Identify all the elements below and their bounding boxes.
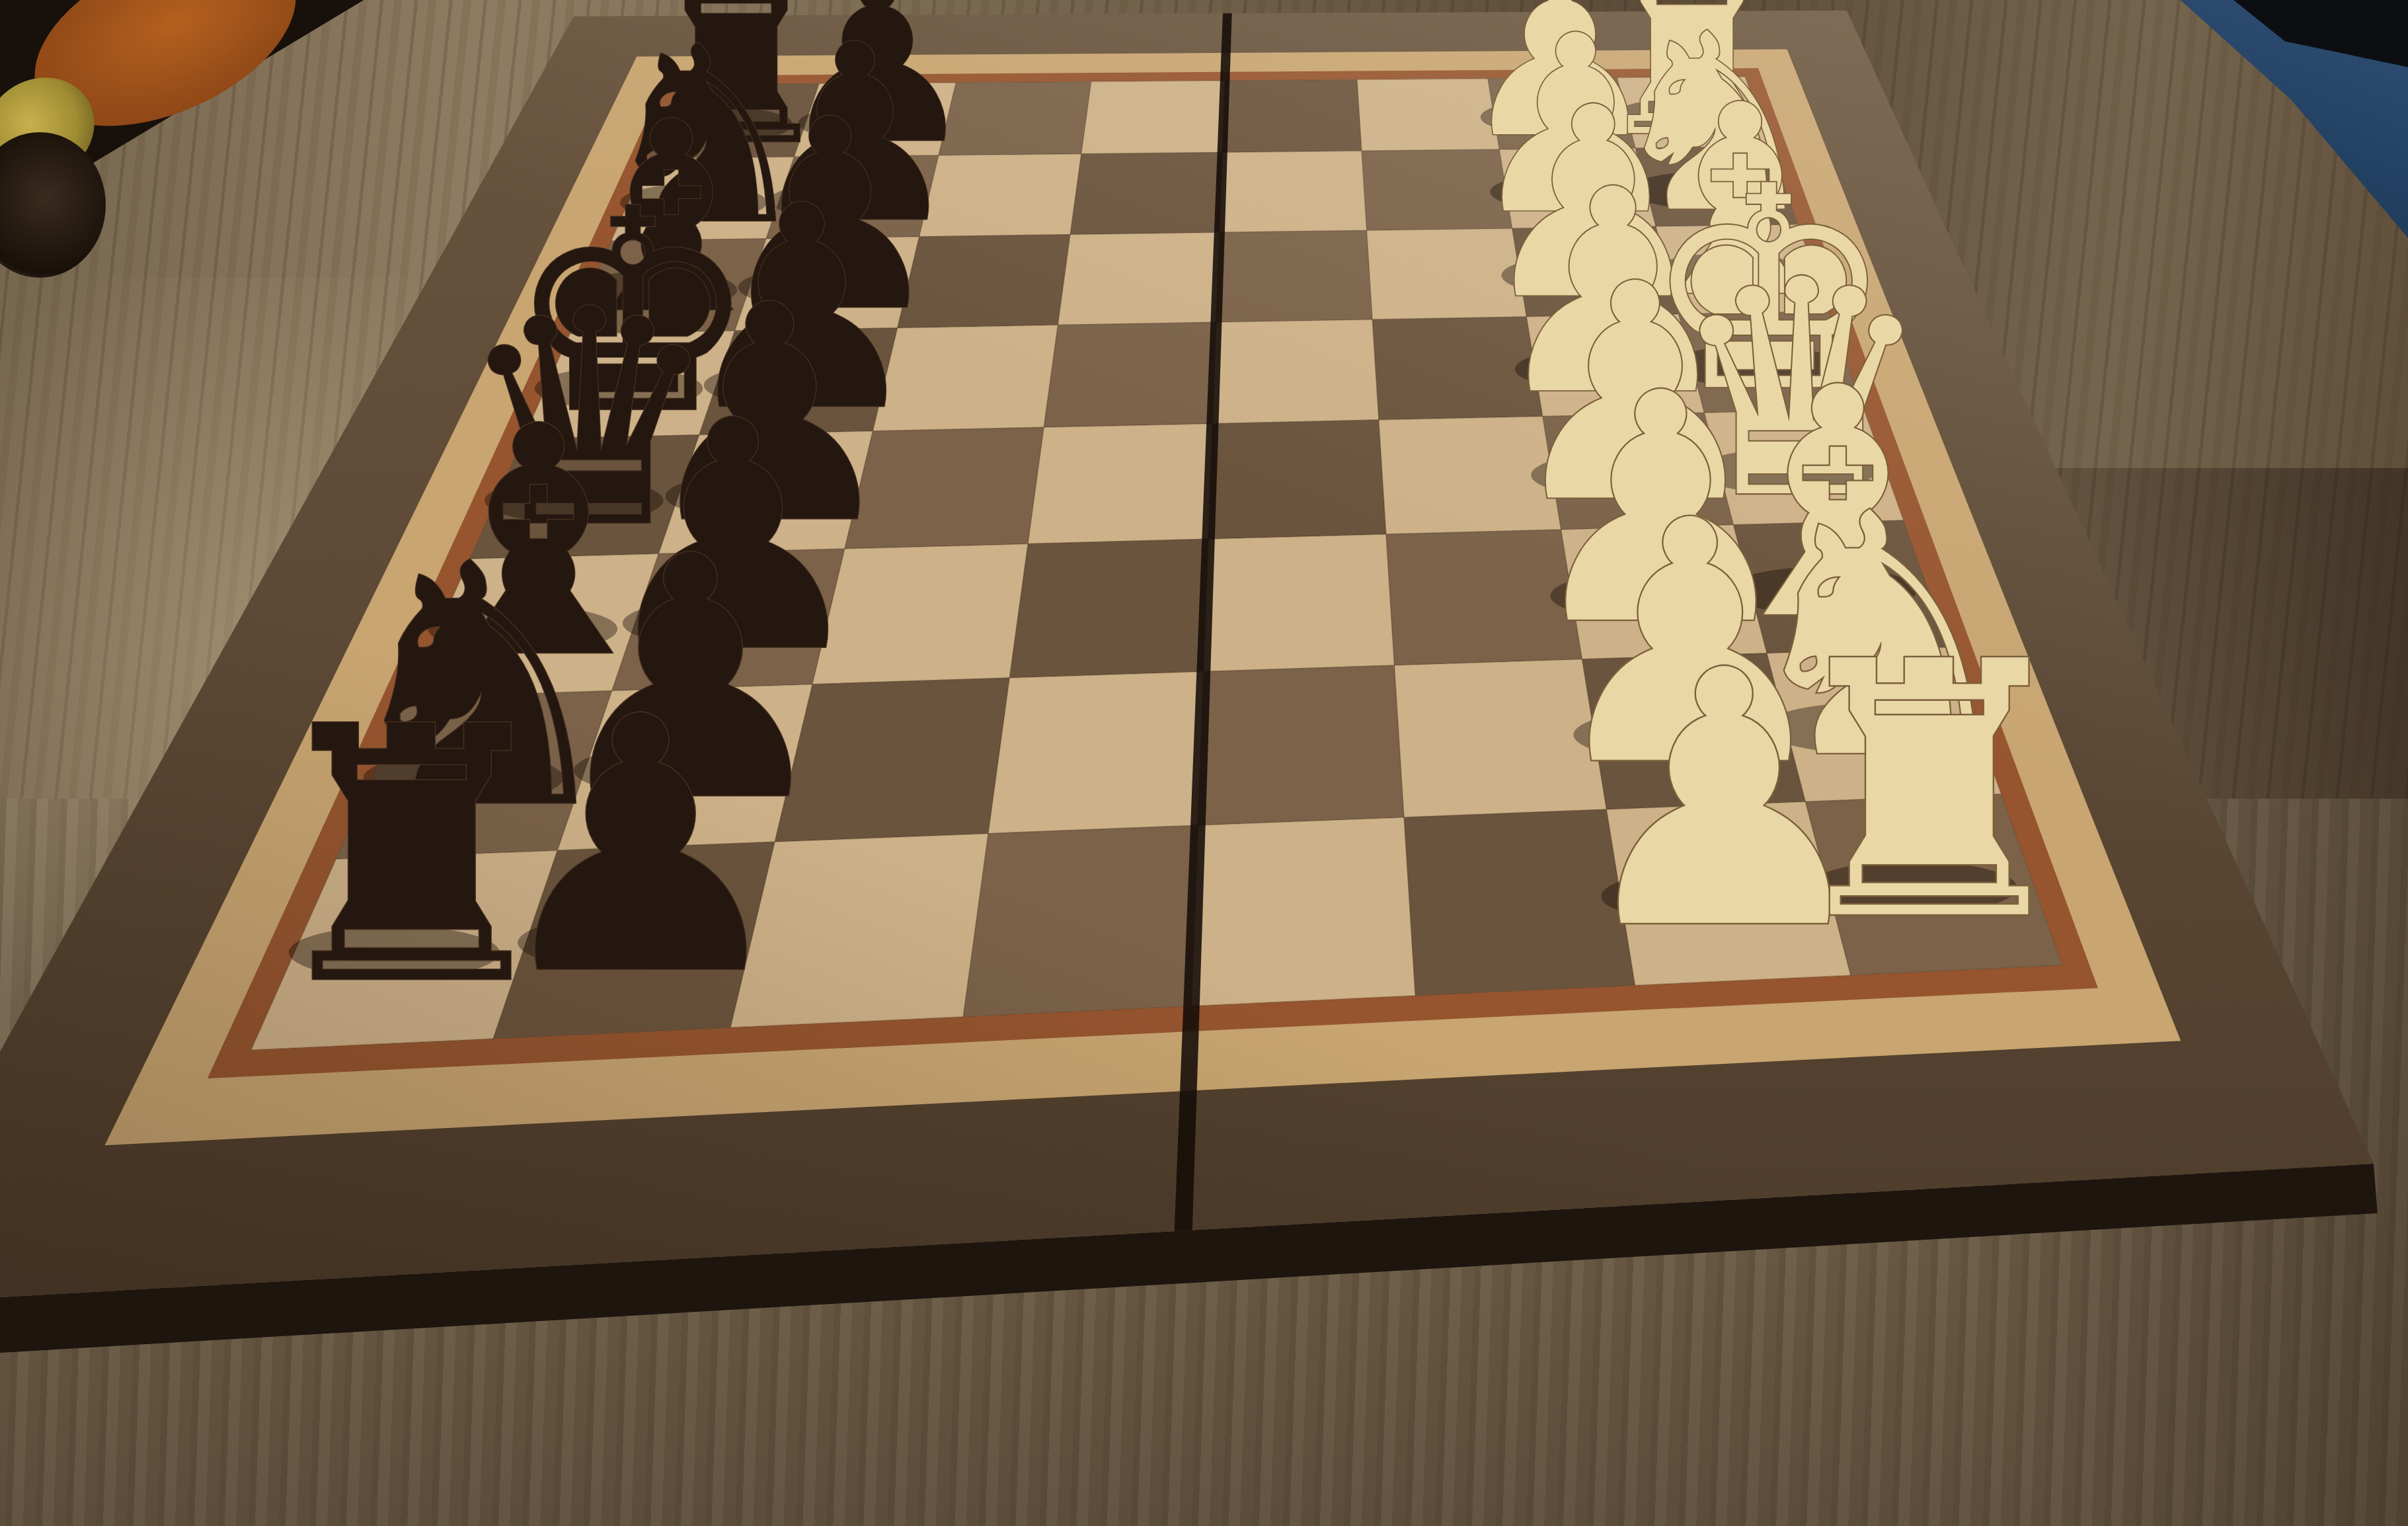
folding-chessboard: ♜♟♟♜♞♟♟♞♝♟♟♝♚♟♟♚♛♟♟♛♝♟♟♝♞♟♟♞♜♟♟♜ [0, 0, 2408, 1526]
piece-black-pawn-a7[interactable]: ♟ [483, 643, 798, 1052]
piece-white-rook-a1[interactable]: ♜ [1771, 587, 2087, 996]
